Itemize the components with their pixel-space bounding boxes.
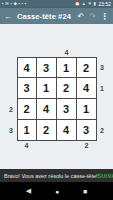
clue-top-4 <box>77 48 97 57</box>
corner <box>6 141 17 150</box>
clue-bottom-2 <box>37 141 57 150</box>
puzzle-area: 4 4 3 1 2 3 3 1 2 4 1 2 2 4 3 1 3 <box>0 24 113 169</box>
battery-icon: ▮ <box>94 0 96 8</box>
snackbar-message: Bravo! Vous avez résolu le casse-tête! <box>4 173 98 179</box>
snackbar: Bravo! Vous avez résolu le casse-tête! S… <box>0 169 113 182</box>
clue-right-2: 1 <box>97 78 108 99</box>
board-cell-r3c3[interactable]: 3 <box>57 99 77 120</box>
notification-icon: ▪ <box>18 0 20 8</box>
system-status-icons: ⏰ ▲ ▼ ▮ 23:52 <box>74 0 111 8</box>
nav-recents-icon[interactable]: ■ <box>83 188 87 195</box>
board-cell-r3c1[interactable]: 2 <box>17 99 37 120</box>
clue-left-3: 2 <box>6 99 17 120</box>
nav-home-icon[interactable]: ● <box>55 188 59 195</box>
board-cell-r1c1[interactable]: 4 <box>17 57 37 78</box>
board-cell-r3c4[interactable]: 1 <box>77 99 97 120</box>
board-cell-r1c4[interactable]: 2 <box>77 57 97 78</box>
board-cell-r4c2[interactable]: 2 <box>37 120 57 141</box>
corner <box>97 48 108 57</box>
clue-left-2 <box>6 78 17 99</box>
notification-icon: ◆ <box>14 0 17 8</box>
notification-icons: ▪ ✉ ▪ ◆ ▪ ▪ ▪ <box>2 0 26 8</box>
clue-right-3 <box>97 99 108 120</box>
back-arrow-icon[interactable]: ← <box>4 12 12 21</box>
phone-screen: ▪ ✉ ▪ ◆ ▪ ▪ ▪ ⏰ ▲ ▼ ▮ 23:52 ← Casse-tête… <box>0 0 113 200</box>
clue-right-4: 2 <box>97 120 108 141</box>
clue-bottom-1: 4 <box>17 141 37 150</box>
board-cell-r4c3[interactable]: 4 <box>57 120 77 141</box>
clock-time: 23:52 <box>98 0 111 8</box>
notification-icon: ▪ <box>25 0 27 8</box>
redo-icon: ↷ <box>89 12 96 21</box>
corner <box>97 141 108 150</box>
clue-left-1 <box>6 57 17 78</box>
snackbar-next-button[interactable]: SUIVANT <box>98 173 113 179</box>
clue-top-2 <box>37 48 57 57</box>
undo-icon[interactable]: ↶ <box>78 12 85 21</box>
app-bar: ← Casse-tête #24 ↶ ↷ ⋮ <box>0 8 113 24</box>
board-cell-r2c1[interactable]: 3 <box>17 78 37 99</box>
clue-top-1 <box>17 48 37 57</box>
overflow-menu-icon[interactable]: ⋮ <box>101 12 109 21</box>
clue-top-3: 4 <box>57 48 77 57</box>
nav-back-icon[interactable]: ◀ <box>26 187 31 195</box>
notification-icon: ▪ <box>10 0 12 8</box>
alarm-icon: ⏰ <box>74 0 80 8</box>
board-cell-r3c2[interactable]: 4 <box>37 99 57 120</box>
clue-right-1: 3 <box>97 57 108 78</box>
corner <box>6 48 17 57</box>
board-cell-r1c3[interactable]: 1 <box>57 57 77 78</box>
clue-bottom-3 <box>57 141 77 150</box>
notification-icon: ▪ <box>22 0 24 8</box>
wifi-icon: ▼ <box>88 0 92 8</box>
page-title: Casse-tête #24 <box>17 12 73 21</box>
board-cell-r4c4[interactable]: 3 <box>77 120 97 141</box>
signal-icon: ▲ <box>82 0 86 8</box>
board-cell-r2c4[interactable]: 4 <box>77 78 97 99</box>
clue-left-4: 3 <box>6 120 17 141</box>
skyscrapers-grid: 4 4 3 1 2 3 3 1 2 4 1 2 2 4 3 1 3 <box>6 48 108 150</box>
board-cell-r2c2[interactable]: 1 <box>37 78 57 99</box>
mail-icon: ✉ <box>5 0 9 8</box>
clue-bottom-4: 2 <box>77 141 97 150</box>
status-bar: ▪ ✉ ▪ ◆ ▪ ▪ ▪ ⏰ ▲ ▼ ▮ 23:52 <box>0 0 113 8</box>
board-cell-r2c3[interactable]: 2 <box>57 78 77 99</box>
board-cell-r1c2[interactable]: 3 <box>37 57 57 78</box>
notification-icon: ▪ <box>2 0 4 8</box>
android-nav-bar: ◀ ● ■ <box>0 182 113 200</box>
board-cell-r4c1[interactable]: 1 <box>17 120 37 141</box>
